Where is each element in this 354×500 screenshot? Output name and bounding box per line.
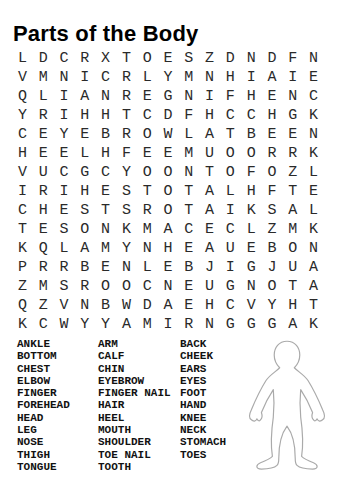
grid-cell: N (178, 163, 199, 182)
grid-cell: Z (199, 49, 220, 68)
word-list-item: THIGH (17, 449, 70, 461)
word-search-grid: LDCRXTOESZDNDFNVMNICRLYMNHIAIEQLIANREGNI… (12, 49, 324, 334)
grid-cell: R (33, 258, 54, 277)
grid-cell: R (262, 144, 283, 163)
grid-cell: I (54, 106, 75, 125)
grid-cell: I (241, 68, 262, 87)
grid-cell: O (158, 182, 179, 201)
grid-cell: O (137, 163, 158, 182)
grid-cell: T (95, 201, 116, 220)
grid-cell: H (282, 296, 303, 315)
grid-cell: N (95, 220, 116, 239)
grid-cell: E (158, 49, 179, 68)
grid-cell: Y (95, 315, 116, 334)
grid-cell: Y (262, 296, 283, 315)
grid-cell: K (303, 144, 324, 163)
grid-cell: K (241, 201, 262, 220)
grid-cell: B (262, 239, 283, 258)
word-list-item: CALF (98, 350, 171, 362)
grid-cell: M (33, 68, 54, 87)
grid-cell: N (303, 125, 324, 144)
grid-cell: N (54, 68, 75, 87)
grid-cell: J (262, 258, 283, 277)
grid-cell: E (137, 87, 158, 106)
grid-cell: T (199, 163, 220, 182)
grid-cell: D (262, 49, 283, 68)
grid-cell: A (158, 220, 179, 239)
grid-cell: Y (116, 239, 137, 258)
grid-cell: S (54, 277, 75, 296)
grid-cell: E (95, 182, 116, 201)
grid-cell: H (199, 106, 220, 125)
grid-cell: F (241, 163, 262, 182)
grid-cell: G (241, 258, 262, 277)
grid-cell: I (220, 201, 241, 220)
grid-cell: Z (33, 296, 54, 315)
grid-cell: C (303, 87, 324, 106)
grid-cell: A (74, 87, 95, 106)
grid-cell: I (12, 182, 33, 201)
grid-cell: A (303, 277, 324, 296)
grid-cell: D (220, 49, 241, 68)
grid-cell: F (178, 106, 199, 125)
grid-cell: S (116, 182, 137, 201)
grid-cell: E (95, 258, 116, 277)
grid-cell: A (116, 315, 137, 334)
grid-cell: U (220, 239, 241, 258)
grid-cell: B (74, 258, 95, 277)
word-list-item: NOSE (17, 436, 70, 448)
grid-cell: H (158, 239, 179, 258)
grid-cell: R (54, 258, 75, 277)
grid-cell: A (199, 201, 220, 220)
grid-cell: S (262, 201, 283, 220)
grid-cell: E (158, 258, 179, 277)
grid-cell: E (158, 144, 179, 163)
grid-cell: E (178, 296, 199, 315)
word-list-item: FINGER NAIL (98, 387, 171, 399)
word-list-item: BOTTOM (17, 350, 70, 362)
grid-cell: O (95, 277, 116, 296)
grid-cell: E (303, 68, 324, 87)
grid-cell: G (220, 277, 241, 296)
grid-cell: E (54, 144, 75, 163)
grid-cell: O (241, 144, 262, 163)
word-list-item: EYES (180, 375, 226, 387)
grid-cell: L (303, 163, 324, 182)
grid-cell: T (282, 277, 303, 296)
grid-cell: J (199, 258, 220, 277)
grid-cell: N (137, 239, 158, 258)
grid-cell: G (74, 163, 95, 182)
worksheet-page: { "game": "word-search", "title": "Parts… (0, 0, 354, 500)
grid-cell: R (74, 49, 95, 68)
word-list-item: TOES (180, 449, 226, 461)
grid-cell: Q (12, 296, 33, 315)
word-list-item: EARS (180, 363, 226, 375)
grid-cell: W (158, 125, 179, 144)
grid-cell: E (54, 201, 75, 220)
grid-cell: M (137, 315, 158, 334)
grid-cell: C (12, 201, 33, 220)
grid-cell: F (116, 144, 137, 163)
grid-cell: C (95, 68, 116, 87)
grid-cell: A (262, 68, 283, 87)
grid-cell: Q (33, 239, 54, 258)
word-list-item: FINGER (17, 387, 70, 399)
grid-cell: H (220, 68, 241, 87)
grid-cell: U (199, 144, 220, 163)
grid-cell: V (12, 163, 33, 182)
grid-cell: V (54, 296, 75, 315)
word-list-item: TOOTH (98, 461, 171, 473)
grid-cell: O (116, 277, 137, 296)
word-list-item: KNEE (180, 412, 226, 424)
grid-cell: D (137, 296, 158, 315)
grid-cell: F (220, 87, 241, 106)
grid-cell: E (262, 125, 283, 144)
word-list-item: BACK (180, 338, 226, 350)
grid-cell: C (220, 106, 241, 125)
grid-cell: C (33, 315, 54, 334)
grid-cell: N (158, 277, 179, 296)
grid-cell: E (303, 182, 324, 201)
grid-cell: S (74, 201, 95, 220)
grid-cell: A (199, 239, 220, 258)
grid-cell: R (74, 277, 95, 296)
grid-cell: L (12, 49, 33, 68)
grid-cell: S (54, 220, 75, 239)
grid-cell: A (199, 182, 220, 201)
grid-cell: N (116, 258, 137, 277)
grid-cell: R (116, 125, 137, 144)
grid-cell: G (282, 106, 303, 125)
grid-cell: B (241, 125, 262, 144)
grid-cell: H (33, 201, 54, 220)
grid-cell: Z (282, 163, 303, 182)
grid-cell: M (137, 220, 158, 239)
grid-cell: S (178, 49, 199, 68)
grid-cell: I (158, 315, 179, 334)
grid-cell: C (220, 220, 241, 239)
grid-cell: H (74, 182, 95, 201)
grid-cell: E (241, 239, 262, 258)
grid-cell: N (303, 49, 324, 68)
grid-cell: R (116, 87, 137, 106)
grid-cell: R (33, 182, 54, 201)
grid-cell: P (12, 258, 33, 277)
grid-cell: A (158, 296, 179, 315)
grid-cell: H (241, 87, 262, 106)
grid-cell: N (199, 315, 220, 334)
grid-cell: T (282, 182, 303, 201)
grid-cell: R (33, 106, 54, 125)
grid-cell: C (241, 106, 262, 125)
word-list-item: HAIR (98, 399, 171, 411)
grid-cell: M (33, 277, 54, 296)
grid-cell: R (116, 68, 137, 87)
word-list-item: CHEST (17, 363, 70, 375)
grid-cell: C (178, 220, 199, 239)
grid-cell: O (137, 49, 158, 68)
grid-cell: E (33, 125, 54, 144)
word-list-item: ARM (98, 338, 171, 350)
grid-cell: I (74, 68, 95, 87)
grid-cell: K (303, 106, 324, 125)
grid-cell: F (282, 49, 303, 68)
grid-cell: M (178, 68, 199, 87)
word-list-item: SHOULDER (98, 436, 171, 448)
grid-cell: G (158, 87, 179, 106)
grid-cell: A (303, 258, 324, 277)
grid-cell: Z (262, 220, 283, 239)
page-title: Parts of the Body (13, 21, 199, 47)
word-column: ARMCALFCHINEYEBROWFINGER NAILHAIRHEELMOU… (98, 338, 171, 473)
grid-cell: K (116, 220, 137, 239)
grid-cell: O (158, 163, 179, 182)
grid-cell: E (178, 277, 199, 296)
grid-cell: B (95, 296, 116, 315)
grid-cell: C (220, 296, 241, 315)
grid-cell: O (158, 201, 179, 220)
word-list-item: ANKLE (17, 338, 70, 350)
grid-cell: B (178, 258, 199, 277)
grid-cell: L (33, 87, 54, 106)
grid-cell: N (282, 87, 303, 106)
grid-cell: F (262, 182, 283, 201)
word-list-item: CHIN (98, 363, 171, 375)
word-list-item: FOREHEAD (17, 399, 70, 411)
grid-cell: X (95, 49, 116, 68)
grid-cell: R (178, 315, 199, 334)
grid-cell: H (199, 296, 220, 315)
grid-cell: I (54, 87, 75, 106)
grid-cell: O (262, 163, 283, 182)
grid-cell: U (199, 277, 220, 296)
grid-cell: C (54, 163, 75, 182)
grid-cell: C (54, 49, 75, 68)
grid-cell: C (137, 106, 158, 125)
word-list-item: MOUTH (98, 424, 171, 436)
grid-cell: V (241, 296, 262, 315)
grid-cell: L (137, 68, 158, 87)
grid-cell: T (220, 125, 241, 144)
grid-cell: N (199, 68, 220, 87)
grid-cell: H (95, 106, 116, 125)
grid-cell: D (158, 106, 179, 125)
grid-cell: I (220, 258, 241, 277)
grid-cell: O (220, 144, 241, 163)
word-column: ANKLEBOTTOMCHESTELBOWFINGERFOREHEADHEADL… (17, 338, 70, 473)
grid-cell: O (220, 163, 241, 182)
grid-cell: K (303, 220, 324, 239)
grid-cell: S (116, 201, 137, 220)
grid-cell: W (116, 296, 137, 315)
grid-cell: E (178, 239, 199, 258)
grid-cell: E (282, 125, 303, 144)
grid-cell: I (54, 182, 75, 201)
word-list-item: TOE NAIL (98, 449, 171, 461)
grid-cell: O (137, 125, 158, 144)
grid-cell: Y (74, 315, 95, 334)
grid-cell: W (54, 315, 75, 334)
grid-cell: T (116, 106, 137, 125)
grid-cell: H (262, 106, 283, 125)
grid-cell: H (241, 182, 262, 201)
grid-cell: T (303, 296, 324, 315)
grid-cell: E (262, 87, 283, 106)
grid-cell: O (262, 277, 283, 296)
grid-cell: R (137, 201, 158, 220)
grid-cell: Y (158, 68, 179, 87)
grid-cell: N (178, 87, 199, 106)
word-list-item: TONGUE (17, 461, 70, 473)
grid-cell: E (74, 125, 95, 144)
grid-cell: C (12, 125, 33, 144)
grid-cell: I (282, 68, 303, 87)
word-list-item: NECK (180, 424, 226, 436)
word-list-item: HEAD (17, 412, 70, 424)
grid-cell: Z (12, 277, 33, 296)
grid-cell: D (33, 49, 54, 68)
grid-cell: U (282, 258, 303, 277)
grid-cell: Y (12, 106, 33, 125)
grid-cell: L (54, 239, 75, 258)
word-list-item: LEG (17, 424, 70, 436)
grid-cell: N (303, 239, 324, 258)
grid-cell: L (241, 220, 262, 239)
grid-cell: R (282, 144, 303, 163)
grid-cell: H (74, 106, 95, 125)
grid-cell: A (199, 125, 220, 144)
word-column: BACKCHEEKEARSEYESFOOTHANDKNEENECKSTOMACH… (180, 338, 226, 461)
grid-cell: G (220, 315, 241, 334)
grid-cell: N (95, 87, 116, 106)
grid-cell: T (116, 49, 137, 68)
word-list-item: STOMACH (180, 436, 226, 448)
grid-cell: E (199, 220, 220, 239)
grid-cell: N (241, 49, 262, 68)
grid-cell: T (178, 201, 199, 220)
grid-cell: B (95, 125, 116, 144)
grid-cell: K (12, 315, 33, 334)
grid-cell: A (282, 201, 303, 220)
grid-cell: C (95, 163, 116, 182)
grid-cell: C (137, 277, 158, 296)
grid-cell: K (12, 239, 33, 258)
grid-cell: M (282, 220, 303, 239)
grid-cell: V (12, 68, 33, 87)
word-list-item: HAND (180, 399, 226, 411)
grid-cell: A (74, 239, 95, 258)
grid-cell: Q (12, 87, 33, 106)
grid-cell: U (33, 163, 54, 182)
grid-cell: E (137, 144, 158, 163)
human-body-outline-icon (245, 331, 329, 483)
grid-cell: O (74, 220, 95, 239)
grid-cell: T (178, 182, 199, 201)
grid-cell: T (12, 220, 33, 239)
grid-cell: I (199, 87, 220, 106)
grid-cell: O (282, 239, 303, 258)
grid-cell: H (95, 144, 116, 163)
grid-cell: L (74, 144, 95, 163)
grid-cell: L (178, 125, 199, 144)
grid-cell: E (33, 220, 54, 239)
word-list-item: HEEL (98, 412, 171, 424)
word-list-item: ELBOW (17, 375, 70, 387)
grid-cell: N (74, 296, 95, 315)
word-list-item: CHEEK (180, 350, 226, 362)
grid-cell: Y (116, 163, 137, 182)
grid-cell: E (33, 144, 54, 163)
grid-cell: L (303, 201, 324, 220)
grid-cell: M (178, 144, 199, 163)
grid-cell: Y (54, 125, 75, 144)
grid-cell: H (12, 144, 33, 163)
grid-cell: M (95, 239, 116, 258)
grid-cell: L (137, 258, 158, 277)
grid-cell: N (241, 277, 262, 296)
grid-cell: L (220, 182, 241, 201)
word-list-item: EYEBROW (98, 375, 171, 387)
word-list-item: FOOT (180, 387, 226, 399)
grid-cell: T (137, 182, 158, 201)
